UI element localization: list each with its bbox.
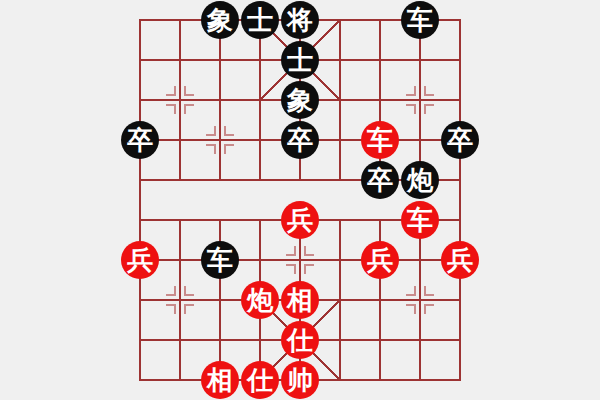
- piece-red-pawn[interactable]: 兵: [361, 241, 399, 279]
- piece-red-king[interactable]: 帅: [281, 361, 319, 399]
- piece-black-pawn[interactable]: 卒: [121, 121, 159, 159]
- piece-red-chariot[interactable]: 车: [361, 121, 399, 159]
- piece-red-elephant[interactable]: 相: [201, 361, 239, 399]
- piece-black-cannon[interactable]: 炮: [401, 161, 439, 199]
- piece-red-advisor[interactable]: 仕: [241, 361, 279, 399]
- piece-black-pawn[interactable]: 卒: [281, 121, 319, 159]
- piece-black-pawn[interactable]: 卒: [441, 121, 479, 159]
- xiangqi-app: 象士将车士象卒卒卒卒炮车车兵车兵兵兵炮相仕相仕帅: [0, 0, 600, 400]
- piece-red-elephant[interactable]: 相: [281, 281, 319, 319]
- piece-red-cannon[interactable]: 炮: [241, 281, 279, 319]
- piece-black-general[interactable]: 将: [281, 1, 319, 39]
- piece-red-pawn[interactable]: 兵: [441, 241, 479, 279]
- piece-black-pawn[interactable]: 卒: [361, 161, 399, 199]
- piece-red-chariot[interactable]: 车: [401, 201, 439, 239]
- piece-red-pawn[interactable]: 兵: [281, 201, 319, 239]
- piece-black-elephant[interactable]: 象: [281, 81, 319, 119]
- piece-black-elephant[interactable]: 象: [201, 1, 239, 39]
- piece-black-chariot[interactable]: 车: [401, 1, 439, 39]
- xiangqi-board[interactable]: 象士将车士象卒卒卒卒炮车车兵车兵兵兵炮相仕相仕帅: [120, 0, 480, 400]
- piece-black-chariot[interactable]: 车: [201, 241, 239, 279]
- piece-black-advisor[interactable]: 士: [241, 1, 279, 39]
- piece-black-advisor[interactable]: 士: [281, 41, 319, 79]
- piece-red-pawn[interactable]: 兵: [121, 241, 159, 279]
- piece-red-advisor[interactable]: 仕: [281, 321, 319, 359]
